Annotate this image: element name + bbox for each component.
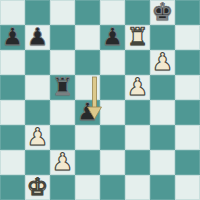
square-e4[interactable] bbox=[100, 100, 125, 125]
square-a5[interactable] bbox=[0, 75, 25, 100]
square-c2[interactable]: ♟ bbox=[50, 150, 75, 175]
square-h6[interactable] bbox=[175, 50, 200, 75]
square-h1[interactable] bbox=[175, 175, 200, 200]
white-pawn-icon[interactable]: ♟ bbox=[125, 75, 150, 100]
square-a2[interactable] bbox=[0, 150, 25, 175]
chess-board: ♚♟♟♟♜♟♜♟♟♟♟♚ bbox=[0, 0, 200, 200]
square-h3[interactable] bbox=[175, 125, 200, 150]
black-pawn-icon[interactable]: ♟ bbox=[100, 25, 125, 50]
square-g4[interactable] bbox=[150, 100, 175, 125]
square-d3[interactable] bbox=[75, 125, 100, 150]
square-g1[interactable] bbox=[150, 175, 175, 200]
square-b4[interactable] bbox=[25, 100, 50, 125]
white-rook-icon[interactable]: ♜ bbox=[125, 25, 150, 50]
black-rook-icon[interactable]: ♜ bbox=[50, 75, 75, 100]
square-c4[interactable] bbox=[50, 100, 75, 125]
black-pawn-icon[interactable]: ♟ bbox=[0, 25, 25, 50]
square-a8[interactable] bbox=[0, 0, 25, 25]
square-h7[interactable] bbox=[175, 25, 200, 50]
square-f8[interactable] bbox=[125, 0, 150, 25]
square-d6[interactable] bbox=[75, 50, 100, 75]
square-c1[interactable] bbox=[50, 175, 75, 200]
square-c5[interactable]: ♜ bbox=[50, 75, 75, 100]
square-e7[interactable]: ♟ bbox=[100, 25, 125, 50]
square-g2[interactable] bbox=[150, 150, 175, 175]
square-h2[interactable] bbox=[175, 150, 200, 175]
square-g8[interactable]: ♚ bbox=[150, 0, 175, 25]
square-a7[interactable]: ♟ bbox=[0, 25, 25, 50]
square-c7[interactable] bbox=[50, 25, 75, 50]
square-f3[interactable] bbox=[125, 125, 150, 150]
square-f5[interactable]: ♟ bbox=[125, 75, 150, 100]
black-pawn-icon[interactable]: ♟ bbox=[25, 25, 50, 50]
square-h5[interactable] bbox=[175, 75, 200, 100]
square-f1[interactable] bbox=[125, 175, 150, 200]
square-a6[interactable] bbox=[0, 50, 25, 75]
white-pawn-icon[interactable]: ♟ bbox=[150, 50, 175, 75]
square-c6[interactable] bbox=[50, 50, 75, 75]
square-d7[interactable] bbox=[75, 25, 100, 50]
square-d5[interactable] bbox=[75, 75, 100, 100]
square-b7[interactable]: ♟ bbox=[25, 25, 50, 50]
square-e6[interactable] bbox=[100, 50, 125, 75]
square-f7[interactable]: ♜ bbox=[125, 25, 150, 50]
square-b2[interactable] bbox=[25, 150, 50, 175]
square-b3[interactable]: ♟ bbox=[25, 125, 50, 150]
square-c8[interactable] bbox=[50, 0, 75, 25]
square-d4[interactable]: ♟ bbox=[75, 100, 100, 125]
square-b6[interactable] bbox=[25, 50, 50, 75]
square-a3[interactable] bbox=[0, 125, 25, 150]
square-g6[interactable]: ♟ bbox=[150, 50, 175, 75]
square-f2[interactable] bbox=[125, 150, 150, 175]
square-g3[interactable] bbox=[150, 125, 175, 150]
square-g5[interactable] bbox=[150, 75, 175, 100]
chess-board-wrap: ♚♟♟♟♜♟♜♟♟♟♟♚ bbox=[0, 0, 200, 200]
black-king-icon[interactable]: ♚ bbox=[150, 0, 175, 25]
square-c3[interactable] bbox=[50, 125, 75, 150]
square-f6[interactable] bbox=[125, 50, 150, 75]
square-a1[interactable] bbox=[0, 175, 25, 200]
square-d1[interactable] bbox=[75, 175, 100, 200]
white-pawn-icon[interactable]: ♟ bbox=[25, 125, 50, 150]
square-b5[interactable] bbox=[25, 75, 50, 100]
square-b8[interactable] bbox=[25, 0, 50, 25]
square-h4[interactable] bbox=[175, 100, 200, 125]
square-b1[interactable]: ♚ bbox=[25, 175, 50, 200]
white-king-icon[interactable]: ♚ bbox=[25, 175, 50, 200]
square-e3[interactable] bbox=[100, 125, 125, 150]
white-pawn-icon[interactable]: ♟ bbox=[50, 150, 75, 175]
square-e2[interactable] bbox=[100, 150, 125, 175]
black-pawn-icon[interactable]: ♟ bbox=[75, 100, 100, 125]
square-e5[interactable] bbox=[100, 75, 125, 100]
square-f4[interactable] bbox=[125, 100, 150, 125]
square-a4[interactable] bbox=[0, 100, 25, 125]
square-d2[interactable] bbox=[75, 150, 100, 175]
square-g7[interactable] bbox=[150, 25, 175, 50]
square-h8[interactable] bbox=[175, 0, 200, 25]
square-e8[interactable] bbox=[100, 0, 125, 25]
square-e1[interactable] bbox=[100, 175, 125, 200]
square-d8[interactable] bbox=[75, 0, 100, 25]
